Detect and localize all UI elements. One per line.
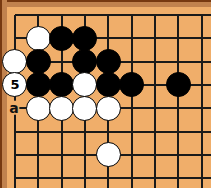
board-point: [50, 143, 73, 166]
board-point: [143, 120, 166, 143]
black-stone: [72, 26, 97, 51]
black-stone: [72, 49, 97, 74]
white-stone: [26, 96, 51, 121]
board-point: [143, 167, 166, 188]
black-stone: [26, 72, 51, 97]
board-point: [50, 120, 73, 143]
board-point: [97, 3, 120, 26]
black-stone: [96, 49, 121, 74]
board-point: [27, 73, 50, 96]
board-point: [50, 167, 73, 188]
black-stone: [26, 49, 51, 74]
board-point: [97, 120, 120, 143]
board-point: [167, 167, 190, 188]
board-point: [167, 27, 190, 50]
white-stone: [96, 96, 121, 121]
black-stone: [119, 72, 144, 97]
board-point: [97, 50, 120, 73]
board-point: [120, 27, 143, 50]
board-point: [73, 27, 96, 50]
white-stone: [49, 96, 74, 121]
board-point: [143, 97, 166, 120]
board-point: [120, 50, 143, 73]
board-point: [120, 3, 143, 26]
board-point: [190, 73, 211, 96]
go-diagram: 5a: [0, 0, 211, 188]
board-point: [167, 73, 190, 96]
board-point: [143, 27, 166, 50]
board-point: [167, 50, 190, 73]
board-point: [50, 73, 73, 96]
white-stone: [72, 72, 97, 97]
board-point: [120, 120, 143, 143]
board-point: [143, 3, 166, 26]
board-point: [97, 143, 120, 166]
board-point: [167, 143, 190, 166]
board-point: [120, 143, 143, 166]
board-point: [3, 27, 26, 50]
board-point: [3, 120, 26, 143]
board-point: [27, 27, 50, 50]
board-point: [27, 97, 50, 120]
move-number-stone: 5: [2, 72, 27, 97]
point-label-a: a: [8, 101, 19, 115]
white-stone: [2, 49, 27, 74]
board-point: [143, 50, 166, 73]
board-point: [97, 167, 120, 188]
board-point: [120, 97, 143, 120]
board-point: [97, 73, 120, 96]
board-point: [120, 167, 143, 188]
board-point: [190, 120, 211, 143]
board-point: [50, 3, 73, 26]
board-point: [3, 3, 26, 26]
board-point: [143, 73, 166, 96]
board-point: [73, 143, 96, 166]
board-point: [27, 120, 50, 143]
board-point: [3, 167, 26, 188]
board-point: [50, 97, 73, 120]
board-point: [3, 143, 26, 166]
board-point: [190, 3, 211, 26]
go-board: 5a: [3, 3, 211, 188]
white-stone: [96, 142, 121, 167]
board-point: [27, 50, 50, 73]
board-point: [50, 50, 73, 73]
board-point: [73, 120, 96, 143]
black-stone: [49, 72, 74, 97]
white-stone: [72, 96, 97, 121]
white-stone: [26, 26, 51, 51]
black-stone: [49, 26, 74, 51]
board-point: 5: [3, 73, 26, 96]
board-point: [3, 50, 26, 73]
board-point: [73, 167, 96, 188]
board-point: [190, 97, 211, 120]
board-point: [190, 143, 211, 166]
board-point: [27, 167, 50, 188]
board-point: [97, 27, 120, 50]
board-point: [167, 97, 190, 120]
board-point: [97, 97, 120, 120]
board-point: [73, 3, 96, 26]
board-point: [73, 97, 96, 120]
board-point: [50, 27, 73, 50]
board-point: [190, 167, 211, 188]
board-point: [190, 27, 211, 50]
black-stone: [166, 72, 191, 97]
black-stone: [96, 72, 121, 97]
board-point: [167, 3, 190, 26]
board-point: [27, 143, 50, 166]
board-point: [143, 143, 166, 166]
board-point: [190, 50, 211, 73]
board-point: [73, 50, 96, 73]
board-point: [167, 120, 190, 143]
board-point: [73, 73, 96, 96]
board-point: [120, 73, 143, 96]
board-point: a: [3, 97, 26, 120]
board-point: [27, 3, 50, 26]
